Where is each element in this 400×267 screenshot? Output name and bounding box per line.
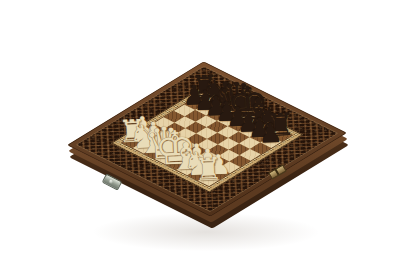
product-photo: ♜♞♝♛♚♝♞♜♟♟♟♟♟♟♟♟♟♟♟♟♟♟♟♟♜♞♝♛♚♝♞♜ [0,0,400,267]
chess-board: ♜♞♝♛♚♝♞♜♟♟♟♟♟♟♟♟♟♟♟♟♟♟♟♟♜♞♝♛♚♝♞♜ [67,61,347,216]
